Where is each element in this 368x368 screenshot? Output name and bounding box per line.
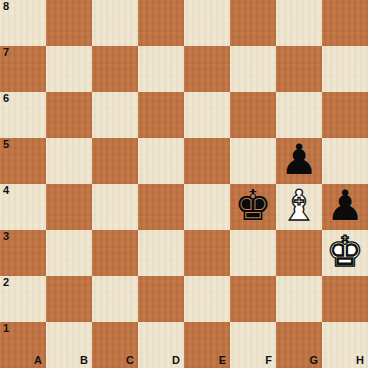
square-b2[interactable]: [46, 276, 92, 322]
square-f5[interactable]: [230, 138, 276, 184]
square-g7[interactable]: [276, 46, 322, 92]
square-b1[interactable]: B: [46, 322, 92, 368]
file-label-c: C: [126, 355, 134, 366]
square-a8[interactable]: 8: [0, 0, 46, 46]
square-c2[interactable]: [92, 276, 138, 322]
file-label-e: E: [219, 355, 226, 366]
square-d2[interactable]: [138, 276, 184, 322]
piece-black-king[interactable]: ♚: [234, 185, 272, 227]
square-f3[interactable]: [230, 230, 276, 276]
square-h6[interactable]: [322, 92, 368, 138]
piece-white-bishop[interactable]: ♝: [280, 185, 318, 227]
square-d3[interactable]: [138, 230, 184, 276]
square-h4[interactable]: ♟: [322, 184, 368, 230]
square-a7[interactable]: 7: [0, 46, 46, 92]
square-a2[interactable]: 2: [0, 276, 46, 322]
square-g5[interactable]: ♟: [276, 138, 322, 184]
square-f2[interactable]: [230, 276, 276, 322]
square-d7[interactable]: [138, 46, 184, 92]
square-d1[interactable]: D: [138, 322, 184, 368]
square-g3[interactable]: [276, 230, 322, 276]
square-c8[interactable]: [92, 0, 138, 46]
square-e2[interactable]: [184, 276, 230, 322]
rank-label-4: 4: [3, 185, 9, 196]
square-h1[interactable]: H: [322, 322, 368, 368]
square-h7[interactable]: [322, 46, 368, 92]
square-c6[interactable]: [92, 92, 138, 138]
square-f8[interactable]: [230, 0, 276, 46]
piece-black-pawn[interactable]: ♟: [326, 185, 364, 227]
square-d6[interactable]: [138, 92, 184, 138]
square-b8[interactable]: [46, 0, 92, 46]
square-h3[interactable]: ♚: [322, 230, 368, 276]
square-g6[interactable]: [276, 92, 322, 138]
file-label-b: B: [80, 355, 88, 366]
square-e1[interactable]: E: [184, 322, 230, 368]
chess-board: 8765♟4♚♝♟3♚21ABCDEFGH: [0, 0, 368, 368]
square-e7[interactable]: [184, 46, 230, 92]
square-a1[interactable]: 1A: [0, 322, 46, 368]
file-label-f: F: [265, 355, 272, 366]
file-label-h: H: [356, 355, 364, 366]
square-b3[interactable]: [46, 230, 92, 276]
square-g2[interactable]: [276, 276, 322, 322]
square-e8[interactable]: [184, 0, 230, 46]
square-e4[interactable]: [184, 184, 230, 230]
square-a4[interactable]: 4: [0, 184, 46, 230]
square-c7[interactable]: [92, 46, 138, 92]
square-f4[interactable]: ♚: [230, 184, 276, 230]
square-b7[interactable]: [46, 46, 92, 92]
square-d8[interactable]: [138, 0, 184, 46]
square-a5[interactable]: 5: [0, 138, 46, 184]
square-h2[interactable]: [322, 276, 368, 322]
square-b5[interactable]: [46, 138, 92, 184]
square-e5[interactable]: [184, 138, 230, 184]
square-g1[interactable]: G: [276, 322, 322, 368]
square-f7[interactable]: [230, 46, 276, 92]
rank-label-1: 1: [3, 323, 9, 334]
square-f1[interactable]: F: [230, 322, 276, 368]
square-d4[interactable]: [138, 184, 184, 230]
square-a6[interactable]: 6: [0, 92, 46, 138]
piece-black-pawn[interactable]: ♟: [280, 139, 318, 181]
square-a3[interactable]: 3: [0, 230, 46, 276]
square-b4[interactable]: [46, 184, 92, 230]
square-c5[interactable]: [92, 138, 138, 184]
square-e3[interactable]: [184, 230, 230, 276]
square-c1[interactable]: C: [92, 322, 138, 368]
square-h8[interactable]: [322, 0, 368, 46]
file-label-d: D: [172, 355, 180, 366]
square-c4[interactable]: [92, 184, 138, 230]
square-f6[interactable]: [230, 92, 276, 138]
rank-label-5: 5: [3, 139, 9, 150]
rank-label-8: 8: [3, 1, 9, 12]
rank-label-6: 6: [3, 93, 9, 104]
rank-label-7: 7: [3, 47, 9, 58]
file-label-g: G: [309, 355, 318, 366]
square-b6[interactable]: [46, 92, 92, 138]
piece-white-king[interactable]: ♚: [326, 231, 364, 273]
square-e6[interactable]: [184, 92, 230, 138]
square-g4[interactable]: ♝: [276, 184, 322, 230]
square-d5[interactable]: [138, 138, 184, 184]
square-g8[interactable]: [276, 0, 322, 46]
file-label-a: A: [34, 355, 42, 366]
square-c3[interactable]: [92, 230, 138, 276]
square-h5[interactable]: [322, 138, 368, 184]
rank-label-3: 3: [3, 231, 9, 242]
rank-label-2: 2: [3, 277, 9, 288]
